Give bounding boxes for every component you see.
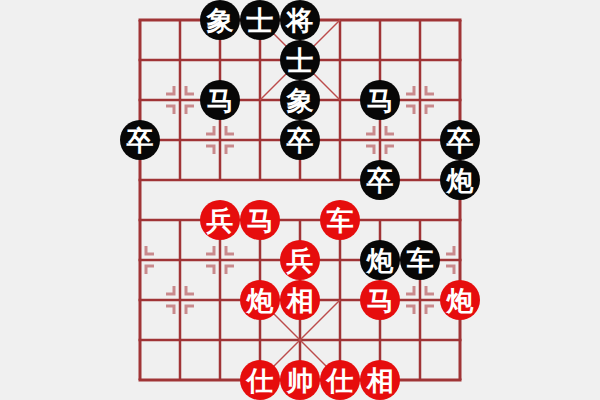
piece-red-chariot[interactable]: 车 [320,200,360,240]
piece-black-cannon[interactable]: 炮 [440,160,480,200]
piece-red-soldier[interactable]: 兵 [200,200,240,240]
piece-red-elephant[interactable]: 相 [360,360,400,400]
piece-black-general[interactable]: 将 [280,0,320,40]
piece-red-horse[interactable]: 马 [360,280,400,320]
piece-black-soldier[interactable]: 卒 [440,120,480,160]
piece-black-horse[interactable]: 马 [360,80,400,120]
piece-black-elephant[interactable]: 象 [200,0,240,40]
piece-grid[interactable]: 象士将士马象马卒卒卒卒炮炮车兵马车兵炮相马炮仕帅仕相 [120,0,480,400]
piece-black-cannon[interactable]: 炮 [360,240,400,280]
piece-black-soldier[interactable]: 卒 [120,120,160,160]
xiangqi-board: 象士将士马象马卒卒卒卒炮炮车兵马车兵炮相马炮仕帅仕相 [0,0,600,400]
piece-red-advisor[interactable]: 仕 [320,360,360,400]
piece-black-horse[interactable]: 马 [200,80,240,120]
piece-black-chariot[interactable]: 车 [400,240,440,280]
piece-red-cannon[interactable]: 炮 [440,280,480,320]
piece-black-advisor[interactable]: 士 [240,0,280,40]
piece-black-advisor[interactable]: 士 [280,40,320,80]
piece-red-general[interactable]: 帅 [280,360,320,400]
piece-red-advisor[interactable]: 仕 [240,360,280,400]
piece-black-soldier[interactable]: 卒 [360,160,400,200]
piece-black-soldier[interactable]: 卒 [280,120,320,160]
piece-black-elephant[interactable]: 象 [280,80,320,120]
piece-red-cannon[interactable]: 炮 [240,280,280,320]
piece-red-horse[interactable]: 马 [240,200,280,240]
piece-red-soldier[interactable]: 兵 [280,240,320,280]
piece-red-elephant[interactable]: 相 [280,280,320,320]
